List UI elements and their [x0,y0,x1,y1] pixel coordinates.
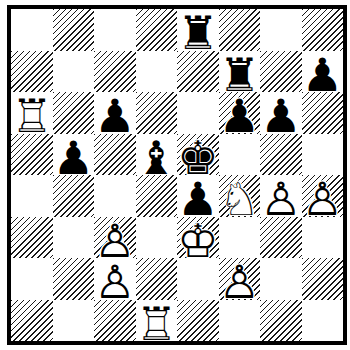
square-d3[interactable] [136,217,178,259]
piece-glyph: ♙ [94,259,135,305]
square-a4[interactable] [11,175,53,217]
piece-glyph: ♙ [302,176,343,222]
piece-glyph: ♖ [136,301,177,347]
white-rook[interactable]: ♜♖ [11,92,53,134]
square-e8[interactable]: ♜♜ [177,9,219,51]
square-h3[interactable] [302,217,344,259]
square-g2[interactable] [260,258,302,300]
square-f4[interactable]: ♞♘ [219,175,261,217]
square-h6[interactable] [302,92,344,134]
square-b4[interactable] [53,175,95,217]
square-d4[interactable] [136,175,178,217]
square-g5[interactable] [260,134,302,176]
black-pawn[interactable]: ♟♟ [219,92,261,134]
white-pawn[interactable]: ♟♙ [94,258,136,300]
square-e3[interactable]: ♚♔ [177,217,219,259]
white-pawn[interactable]: ♟♙ [219,258,261,300]
square-g7[interactable] [260,51,302,93]
white-pawn[interactable]: ♟♙ [302,175,344,217]
square-h5[interactable] [302,134,344,176]
square-c2[interactable]: ♟♙ [94,258,136,300]
square-h8[interactable] [302,9,344,51]
piece-glyph: ♟ [302,52,343,98]
square-e6[interactable] [177,92,219,134]
square-d8[interactable] [136,9,178,51]
black-bishop[interactable]: ♝♝ [136,134,178,176]
white-rook[interactable]: ♜♖ [136,300,178,342]
square-a3[interactable] [11,217,53,259]
square-b6[interactable] [53,92,95,134]
piece-glyph: ♟ [94,93,135,139]
square-a2[interactable] [11,258,53,300]
square-h2[interactable] [302,258,344,300]
square-a5[interactable] [11,134,53,176]
square-d5[interactable]: ♝♝ [136,134,178,176]
black-rook[interactable]: ♜♜ [219,51,261,93]
black-pawn[interactable]: ♟♟ [302,51,344,93]
square-d7[interactable] [136,51,178,93]
square-b7[interactable] [53,51,95,93]
chess-diagram-page: ♜♜♜♜♟♟♜♖♟♟♟♟♟♟♟♟♝♝♚♚♟♟♞♘♟♙♟♙♟♙♚♔♟♙♟♙♜♖ [0,0,350,350]
square-e2[interactable] [177,258,219,300]
square-f1[interactable] [219,300,261,342]
square-e7[interactable] [177,51,219,93]
square-d1[interactable]: ♜♖ [136,300,178,342]
piece-glyph: ♜ [177,10,218,56]
black-pawn[interactable]: ♟♟ [177,175,219,217]
square-a6[interactable]: ♜♖ [11,92,53,134]
white-knight[interactable]: ♞♘ [219,175,261,217]
square-h7[interactable]: ♟♟ [302,51,344,93]
square-g6[interactable]: ♟♟ [260,92,302,134]
square-f8[interactable] [219,9,261,51]
piece-glyph: ♔ [177,218,218,264]
square-e4[interactable]: ♟♟ [177,175,219,217]
square-f6[interactable]: ♟♟ [219,92,261,134]
square-g4[interactable]: ♟♙ [260,175,302,217]
square-c7[interactable] [94,51,136,93]
square-c6[interactable]: ♟♟ [94,92,136,134]
square-c5[interactable] [94,134,136,176]
square-d6[interactable] [136,92,178,134]
piece-glyph: ♟ [260,93,301,139]
square-b1[interactable] [53,300,95,342]
piece-glyph: ♙ [260,176,301,222]
chess-board: ♜♜♜♜♟♟♜♖♟♟♟♟♟♟♟♟♝♝♚♚♟♟♞♘♟♙♟♙♟♙♚♔♟♙♟♙♜♖ [11,9,343,341]
square-a8[interactable] [11,9,53,51]
square-f3[interactable] [219,217,261,259]
square-h4[interactable]: ♟♙ [302,175,344,217]
piece-glyph: ♙ [219,259,260,305]
square-b5[interactable]: ♟♟ [53,134,95,176]
square-f5[interactable] [219,134,261,176]
white-pawn[interactable]: ♟♙ [260,175,302,217]
piece-glyph: ♘ [219,176,260,222]
square-g1[interactable] [260,300,302,342]
square-c4[interactable] [94,175,136,217]
square-c8[interactable] [94,9,136,51]
square-b8[interactable] [53,9,95,51]
square-g8[interactable] [260,9,302,51]
square-g3[interactable] [260,217,302,259]
piece-glyph: ♟ [219,93,260,139]
black-pawn[interactable]: ♟♟ [94,92,136,134]
piece-glyph: ♖ [11,93,52,139]
square-c3[interactable]: ♟♙ [94,217,136,259]
square-a7[interactable] [11,51,53,93]
square-f7[interactable]: ♜♜ [219,51,261,93]
square-e5[interactable]: ♚♚ [177,134,219,176]
square-f2[interactable]: ♟♙ [219,258,261,300]
square-h1[interactable] [302,300,344,342]
piece-glyph: ♝ [136,135,177,181]
white-pawn[interactable]: ♟♙ [94,217,136,259]
black-pawn[interactable]: ♟♟ [260,92,302,134]
piece-glyph: ♟ [53,135,94,181]
black-rook[interactable]: ♜♜ [177,9,219,51]
white-king[interactable]: ♚♔ [177,217,219,259]
square-d2[interactable] [136,258,178,300]
black-pawn[interactable]: ♟♟ [53,134,95,176]
square-a1[interactable] [11,300,53,342]
square-e1[interactable] [177,300,219,342]
black-king[interactable]: ♚♚ [177,134,219,176]
square-b2[interactable] [53,258,95,300]
board-frame: ♜♜♜♜♟♟♜♖♟♟♟♟♟♟♟♟♝♝♚♚♟♟♞♘♟♙♟♙♟♙♚♔♟♙♟♙♜♖ [7,5,347,345]
square-c1[interactable] [94,300,136,342]
square-b3[interactable] [53,217,95,259]
